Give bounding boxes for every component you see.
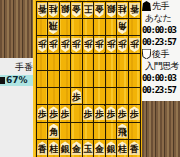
shogi-piece[interactable]: 銀 xyxy=(60,141,70,155)
board-cell[interactable] xyxy=(83,54,94,71)
board-cell[interactable] xyxy=(83,123,94,140)
shogi-piece[interactable]: 金 xyxy=(71,141,81,155)
board-cell[interactable]: 桂 xyxy=(117,2,128,19)
board-cell[interactable]: 銀 xyxy=(106,2,117,19)
board-cell[interactable]: 歩 xyxy=(83,36,94,53)
shogi-piece[interactable]: 桂 xyxy=(48,141,58,155)
shogi-piece[interactable]: 歩 xyxy=(48,106,58,120)
shogi-piece[interactable]: 飛 xyxy=(48,20,58,34)
shogi-piece[interactable]: 香 xyxy=(129,3,140,17)
board-cell[interactable]: 歩 xyxy=(117,36,128,53)
shogi-piece[interactable]: 歩 xyxy=(94,38,104,52)
board-cell[interactable] xyxy=(94,71,105,88)
board-cell[interactable]: 角 xyxy=(48,123,59,140)
shogi-piece[interactable]: 銀 xyxy=(106,141,116,155)
shogi-piece[interactable]: 歩 xyxy=(106,38,116,52)
shogi-board: 香桂銀金王金銀桂香飛角歩歩歩歩歩歩歩歩歩歩歩歩歩歩歩歩歩歩角飛香桂銀金玉金銀桂香 xyxy=(33,0,142,157)
gote-time-used: 00:00:03 xyxy=(142,72,180,84)
board-cell[interactable] xyxy=(71,54,82,71)
sente-header: 先手 xyxy=(142,0,180,12)
board-cell[interactable] xyxy=(106,123,117,140)
board-cell[interactable]: 金 xyxy=(94,2,105,19)
shogi-piece[interactable]: 歩 xyxy=(60,38,70,52)
board-cell[interactable] xyxy=(117,71,128,88)
left-panel: 手番 67% xyxy=(0,0,33,157)
shogi-piece[interactable]: 歩 xyxy=(129,106,140,120)
board-cell[interactable]: 角 xyxy=(117,19,128,36)
board-cell[interactable]: 香 xyxy=(37,2,48,19)
shogi-piece[interactable]: 王 xyxy=(83,3,93,17)
board-cell[interactable] xyxy=(94,54,105,71)
sente-time-used: 00:00:03 xyxy=(142,24,180,36)
board-cell[interactable] xyxy=(60,123,71,140)
board-cell[interactable]: 香 xyxy=(129,2,140,19)
wood-texture-right xyxy=(142,101,180,157)
shogi-board-grid: 香桂銀金王金銀桂香飛角歩歩歩歩歩歩歩歩歩歩歩歩歩歩歩歩歩歩角飛香桂銀金玉金銀桂香 xyxy=(36,1,141,157)
shogi-piece[interactable]: 歩 xyxy=(83,106,93,120)
board-cell[interactable]: 歩 xyxy=(71,88,82,105)
board-cell[interactable]: 歩 xyxy=(71,36,82,53)
board-cell[interactable]: 飛 xyxy=(117,123,128,140)
shogi-piece[interactable]: 歩 xyxy=(94,106,104,120)
board-cell[interactable]: 歩 xyxy=(94,105,105,122)
board-cell[interactable] xyxy=(37,19,48,36)
thinking-progress: 67% xyxy=(0,75,33,86)
sente-name: あなた xyxy=(142,12,180,24)
shogi-piece[interactable]: 銀 xyxy=(106,3,116,17)
shogi-piece[interactable]: 歩 xyxy=(106,106,116,120)
turn-indicator: 手番 xyxy=(0,62,33,73)
gote-time-left: 00:23:57 xyxy=(142,84,180,96)
shogi-piece[interactable]: 香 xyxy=(37,3,47,17)
board-cell[interactable] xyxy=(37,88,48,105)
shogi-piece[interactable]: 歩 xyxy=(37,106,47,120)
board-cell[interactable]: 銀 xyxy=(106,140,117,157)
gote-icon xyxy=(142,49,151,59)
board-cell[interactable]: 香 xyxy=(129,140,140,157)
shogi-piece[interactable]: 桂 xyxy=(117,3,127,17)
board-cell[interactable]: 香 xyxy=(37,140,48,157)
star-point xyxy=(104,104,106,106)
board-cell[interactable] xyxy=(106,19,117,36)
board-cell[interactable]: 王 xyxy=(83,2,94,19)
board-cell[interactable] xyxy=(71,105,82,122)
board-cell[interactable] xyxy=(60,19,71,36)
shogi-piece[interactable]: 香 xyxy=(129,141,140,155)
board-cell[interactable]: 歩 xyxy=(37,36,48,53)
board-cell[interactable] xyxy=(37,71,48,88)
board-cell[interactable]: 金 xyxy=(71,140,82,157)
shogi-piece[interactable]: 角 xyxy=(48,124,58,138)
board-cell[interactable] xyxy=(129,71,140,88)
board-cell[interactable] xyxy=(106,88,117,105)
board-cell[interactable] xyxy=(37,123,48,140)
shogi-piece[interactable]: 歩 xyxy=(83,38,93,52)
shogi-piece[interactable]: 桂 xyxy=(117,141,127,155)
board-cell[interactable] xyxy=(94,123,105,140)
shogi-piece[interactable]: 歩 xyxy=(60,106,70,120)
board-cell[interactable] xyxy=(94,19,105,36)
board-cell[interactable]: 桂 xyxy=(48,2,59,19)
shogi-piece[interactable]: 歩 xyxy=(117,38,127,52)
gote-name: 入門思考 xyxy=(142,60,180,72)
board-cell[interactable]: 金 xyxy=(94,140,105,157)
shogi-piece[interactable]: 歩 xyxy=(71,89,81,103)
board-cell[interactable]: 桂 xyxy=(117,140,128,157)
board-cell[interactable] xyxy=(117,88,128,105)
board-cell[interactable]: 銀 xyxy=(60,2,71,19)
star-point xyxy=(104,52,106,54)
board-cell[interactable]: 歩 xyxy=(83,105,94,122)
star-point xyxy=(70,52,72,54)
board-cell[interactable] xyxy=(71,123,82,140)
board-cell[interactable] xyxy=(60,54,71,71)
board-cell[interactable] xyxy=(129,88,140,105)
board-cell[interactable] xyxy=(71,71,82,88)
board-cell[interactable]: 桂 xyxy=(48,140,59,157)
board-cell[interactable] xyxy=(60,71,71,88)
shogi-piece[interactable]: 角 xyxy=(117,20,127,34)
progress-icon xyxy=(0,77,5,84)
board-cell[interactable]: 歩 xyxy=(37,105,48,122)
board-cell[interactable]: 歩 xyxy=(60,36,71,53)
sente-time-left: 00:23:57 xyxy=(142,36,180,48)
turn-label: 手番 xyxy=(15,62,33,72)
shogi-piece[interactable]: 金 xyxy=(71,3,81,17)
board-cell[interactable] xyxy=(48,71,59,88)
shogi-piece[interactable]: 桂 xyxy=(48,3,58,17)
shogi-piece[interactable]: 金 xyxy=(94,3,104,17)
board-cell[interactable]: 歩 xyxy=(48,36,59,53)
board-cell[interactable] xyxy=(117,54,128,71)
board-cell[interactable] xyxy=(83,19,94,36)
board-cell[interactable] xyxy=(106,71,117,88)
shogi-piece[interactable]: 玉 xyxy=(83,141,93,155)
sente-icon xyxy=(142,1,151,11)
board-cell[interactable] xyxy=(83,71,94,88)
board-cell[interactable] xyxy=(60,88,71,105)
right-panel: 先手 あなた 00:00:03 00:23:57 後手 入門思考 00:00:0… xyxy=(142,0,180,157)
board-cell[interactable]: 歩 xyxy=(60,105,71,122)
board-cell[interactable]: 歩 xyxy=(48,105,59,122)
gote-label: 後手 xyxy=(152,48,169,60)
shogi-piece[interactable]: 金 xyxy=(94,141,104,155)
board-cell[interactable]: 玉 xyxy=(83,140,94,157)
progress-value: 67% xyxy=(6,75,28,86)
wood-texture-left xyxy=(0,0,33,58)
sente-label: 先手 xyxy=(152,0,169,12)
board-cell[interactable]: 歩 xyxy=(117,105,128,122)
board-cell[interactable] xyxy=(48,88,59,105)
board-cell[interactable]: 歩 xyxy=(129,105,140,122)
board-cell[interactable]: 歩 xyxy=(106,105,117,122)
board-cell[interactable] xyxy=(71,19,82,36)
board-cell[interactable] xyxy=(106,54,117,71)
board-cell[interactable] xyxy=(37,54,48,71)
shogi-piece[interactable]: 歩 xyxy=(37,38,47,52)
shogi-piece[interactable]: 歩 xyxy=(71,38,81,52)
board-cell[interactable]: 歩 xyxy=(129,36,140,53)
board-cell[interactable] xyxy=(129,54,140,71)
shogi-piece[interactable]: 歩 xyxy=(117,106,127,120)
board-cell[interactable] xyxy=(48,54,59,71)
shogi-piece[interactable]: 飛 xyxy=(117,124,127,138)
board-cell[interactable]: 金 xyxy=(71,2,82,19)
shogi-piece[interactable]: 歩 xyxy=(129,38,140,52)
star-point xyxy=(70,104,72,106)
gote-header: 後手 xyxy=(142,48,180,60)
shogi-piece[interactable]: 香 xyxy=(37,141,47,155)
board-cell[interactable]: 銀 xyxy=(60,140,71,157)
board-cell[interactable]: 飛 xyxy=(48,19,59,36)
shogi-piece[interactable]: 歩 xyxy=(48,38,58,52)
shogi-game-screen: 手番 67% 香桂銀金王金銀桂香飛角歩歩歩歩歩歩歩歩歩歩歩歩歩歩歩歩歩歩角飛香桂… xyxy=(0,0,180,157)
shogi-piece[interactable]: 銀 xyxy=(60,3,70,17)
board-cell[interactable] xyxy=(129,123,140,140)
board-cell[interactable] xyxy=(129,19,140,36)
board-cell[interactable] xyxy=(94,88,105,105)
board-cell[interactable] xyxy=(83,88,94,105)
board-cell[interactable]: 歩 xyxy=(106,36,117,53)
